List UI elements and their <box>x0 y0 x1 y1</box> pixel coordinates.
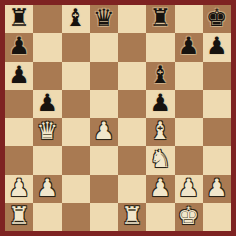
square-f4[interactable]: ♝ <box>146 118 174 146</box>
square-a5[interactable] <box>5 90 33 118</box>
square-f6[interactable]: ♝ <box>146 62 174 90</box>
square-e8[interactable] <box>118 5 146 33</box>
square-d6[interactable] <box>90 62 118 90</box>
square-c7[interactable] <box>62 33 90 61</box>
square-c3[interactable] <box>62 146 90 174</box>
piece-black-king-h8[interactable]: ♚ <box>206 6 228 30</box>
square-d1[interactable] <box>90 203 118 231</box>
square-h7[interactable]: ♟ <box>203 33 231 61</box>
square-c2[interactable] <box>62 175 90 203</box>
square-g7[interactable]: ♟ <box>175 33 203 61</box>
square-a8[interactable]: ♜ <box>5 5 33 33</box>
square-b3[interactable] <box>33 146 61 174</box>
piece-black-pawn-b5[interactable]: ♟ <box>37 91 59 115</box>
square-a7[interactable]: ♟ <box>5 33 33 61</box>
square-d8[interactable]: ♛ <box>90 5 118 33</box>
piece-black-pawn-a6[interactable]: ♟ <box>8 63 30 87</box>
piece-white-queen-b4[interactable]: ♛ <box>37 119 59 143</box>
piece-black-bishop-c8[interactable]: ♝ <box>65 6 87 30</box>
square-b1[interactable] <box>33 203 61 231</box>
square-d7[interactable] <box>90 33 118 61</box>
square-c1[interactable] <box>62 203 90 231</box>
square-b2[interactable]: ♟ <box>33 175 61 203</box>
square-e4[interactable] <box>118 118 146 146</box>
square-d2[interactable] <box>90 175 118 203</box>
piece-black-rook-f8[interactable]: ♜ <box>150 6 172 30</box>
square-c5[interactable] <box>62 90 90 118</box>
square-h1[interactable] <box>203 203 231 231</box>
square-a2[interactable]: ♟ <box>5 175 33 203</box>
piece-white-pawn-d4[interactable]: ♟ <box>93 119 115 143</box>
piece-black-queen-d8[interactable]: ♛ <box>93 6 115 30</box>
board-grid: ♜♝♛♜♚♟♟♟♟♝♟♟♛♟♝♞♟♟♟♟♟♜♜♚ <box>5 5 231 231</box>
square-h3[interactable] <box>203 146 231 174</box>
piece-black-bishop-f6[interactable]: ♝ <box>150 63 172 87</box>
square-f8[interactable]: ♜ <box>146 5 174 33</box>
square-a4[interactable] <box>5 118 33 146</box>
square-f3[interactable]: ♞ <box>146 146 174 174</box>
square-b6[interactable] <box>33 62 61 90</box>
square-a1[interactable]: ♜ <box>5 203 33 231</box>
square-a6[interactable]: ♟ <box>5 62 33 90</box>
piece-white-bishop-f4[interactable]: ♝ <box>150 119 172 143</box>
piece-black-rook-a8[interactable]: ♜ <box>8 6 30 30</box>
square-f5[interactable]: ♟ <box>146 90 174 118</box>
piece-white-pawn-b2[interactable]: ♟ <box>37 176 59 200</box>
piece-white-pawn-f2[interactable]: ♟ <box>150 176 172 200</box>
square-f1[interactable] <box>146 203 174 231</box>
square-b7[interactable] <box>33 33 61 61</box>
square-h4[interactable] <box>203 118 231 146</box>
square-f7[interactable] <box>146 33 174 61</box>
square-b5[interactable]: ♟ <box>33 90 61 118</box>
square-e7[interactable] <box>118 33 146 61</box>
square-d5[interactable] <box>90 90 118 118</box>
piece-black-pawn-a7[interactable]: ♟ <box>8 34 30 58</box>
square-g6[interactable] <box>175 62 203 90</box>
square-g4[interactable] <box>175 118 203 146</box>
square-e6[interactable] <box>118 62 146 90</box>
square-c8[interactable]: ♝ <box>62 5 90 33</box>
square-f2[interactable]: ♟ <box>146 175 174 203</box>
piece-black-pawn-g7[interactable]: ♟ <box>178 34 200 58</box>
square-e3[interactable] <box>118 146 146 174</box>
square-e2[interactable] <box>118 175 146 203</box>
square-e1[interactable]: ♜ <box>118 203 146 231</box>
square-h6[interactable] <box>203 62 231 90</box>
square-d3[interactable] <box>90 146 118 174</box>
square-g5[interactable] <box>175 90 203 118</box>
square-h8[interactable]: ♚ <box>203 5 231 33</box>
piece-white-rook-a1[interactable]: ♜ <box>8 204 30 228</box>
square-g3[interactable] <box>175 146 203 174</box>
piece-white-pawn-g2[interactable]: ♟ <box>178 176 200 200</box>
piece-white-king-g1[interactable]: ♚ <box>178 204 200 228</box>
piece-black-pawn-f5[interactable]: ♟ <box>150 91 172 115</box>
square-b4[interactable]: ♛ <box>33 118 61 146</box>
chess-board: ♜♝♛♜♚♟♟♟♟♝♟♟♛♟♝♞♟♟♟♟♟♜♜♚ <box>0 0 236 236</box>
square-b8[interactable] <box>33 5 61 33</box>
square-h2[interactable]: ♟ <box>203 175 231 203</box>
square-h5[interactable] <box>203 90 231 118</box>
piece-black-pawn-h7[interactable]: ♟ <box>206 34 228 58</box>
piece-white-knight-f3[interactable]: ♞ <box>150 147 172 171</box>
square-g8[interactable] <box>175 5 203 33</box>
square-e5[interactable] <box>118 90 146 118</box>
piece-white-pawn-a2[interactable]: ♟ <box>8 176 30 200</box>
square-g2[interactable]: ♟ <box>175 175 203 203</box>
square-g1[interactable]: ♚ <box>175 203 203 231</box>
piece-white-rook-e1[interactable]: ♜ <box>121 204 143 228</box>
square-a3[interactable] <box>5 146 33 174</box>
square-c6[interactable] <box>62 62 90 90</box>
square-d4[interactable]: ♟ <box>90 118 118 146</box>
square-c4[interactable] <box>62 118 90 146</box>
piece-white-pawn-h2[interactable]: ♟ <box>206 176 228 200</box>
